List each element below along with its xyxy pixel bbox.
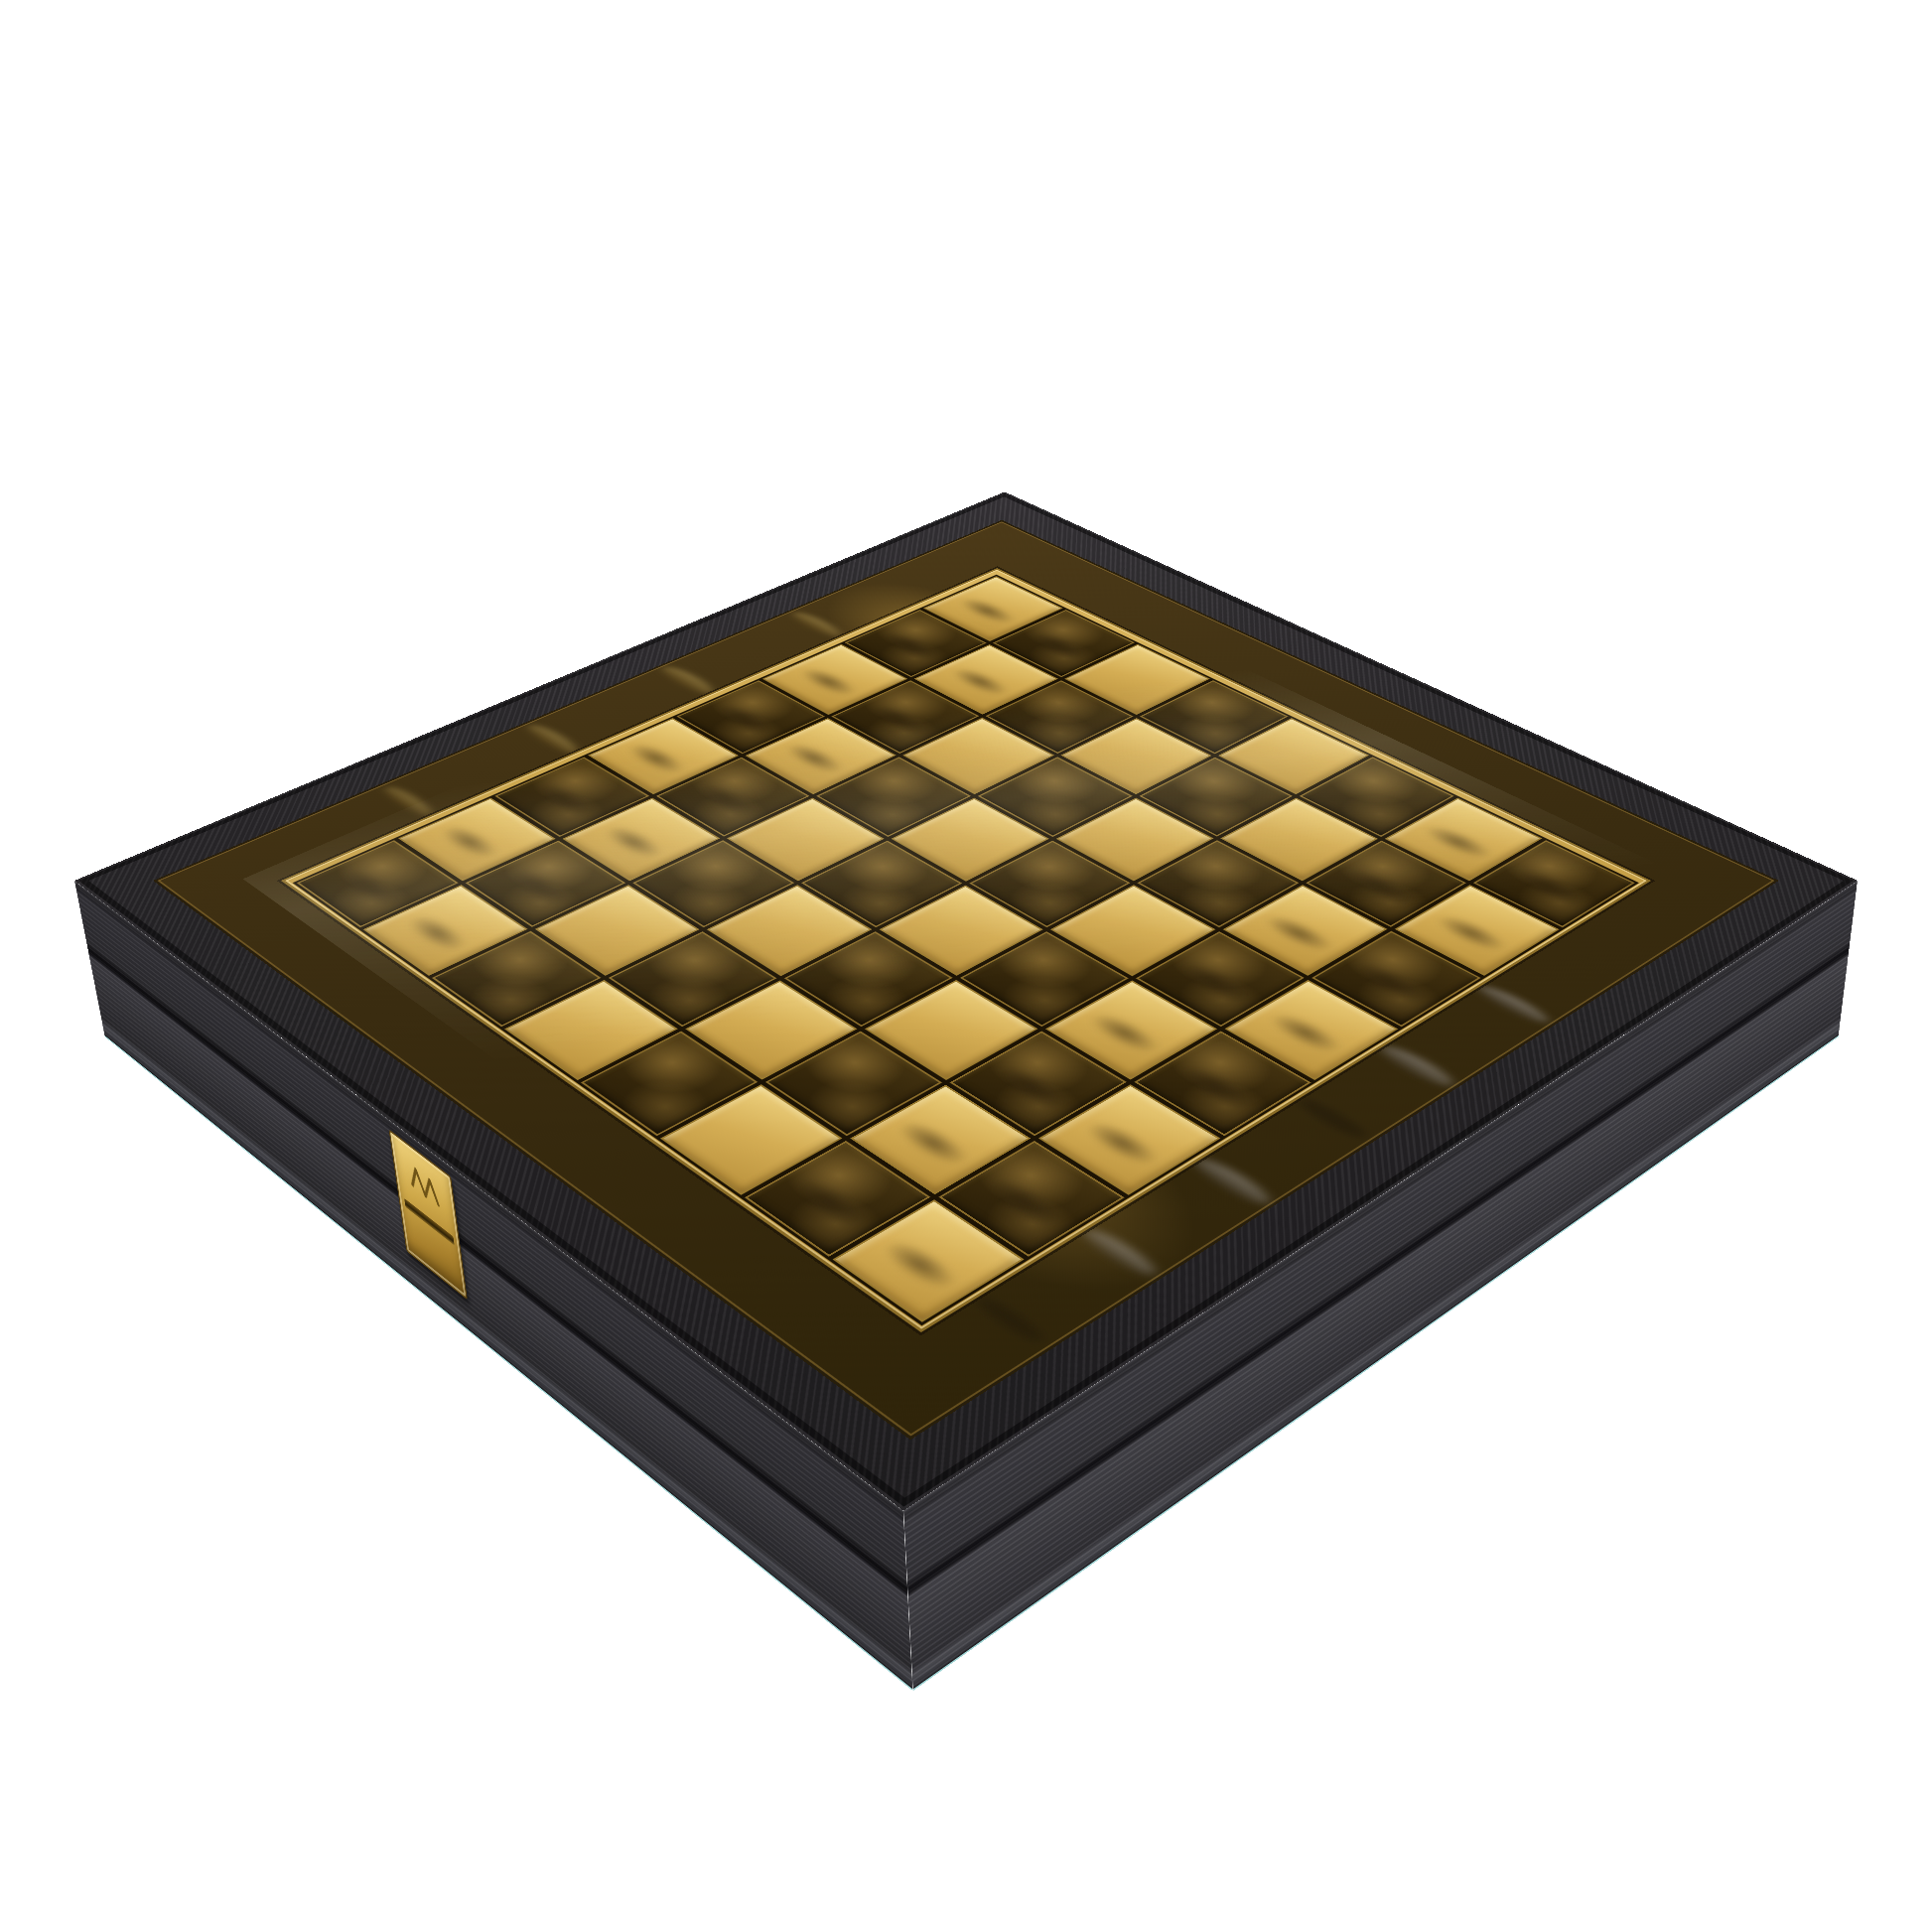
square-f1[interactable]: ♝ — [1312, 931, 1481, 1027]
piece-reflection — [1373, 1041, 1459, 1090]
piece-shadow — [874, 1234, 967, 1296]
clasp-latch-bar — [404, 1198, 455, 1245]
piece-reflection — [1293, 1095, 1372, 1142]
square-b1[interactable]: ♞ — [938, 1141, 1124, 1257]
piece-shadow — [1429, 910, 1514, 956]
piece-shadow — [1077, 1116, 1168, 1172]
gold-pawn-a7[interactable]: ♟ — [360, 781, 513, 939]
piece-reflection — [972, 1294, 1050, 1346]
square-c4[interactable] — [784, 931, 953, 1027]
square-a7[interactable]: ♟ — [362, 885, 527, 976]
piece-shadow — [889, 1116, 977, 1172]
piece-reflection — [1187, 1154, 1277, 1208]
piece-shadow — [988, 1060, 1075, 1113]
piece-shadow — [785, 1173, 875, 1232]
piece-shadow — [1172, 1060, 1261, 1113]
case-top-wooden-rim: ♜♟♟♜♞♟♟♞♝♟♟♝♚♟♟♚♛♟♟♛♝♟♟♝♞♟♟♞♜♟♟♜ — [74, 491, 1858, 1510]
piece-shadow — [1172, 958, 1257, 1006]
piece-shadow — [978, 1173, 1069, 1232]
product-photo-stage: ♜♟♟♜♞♟♟♞♝♟♟♝♚♟♟♚♛♟♟♛♝♟♟♝♞♟♟♞♜♟♟♜ — [0, 0, 1932, 1932]
piece-reflection — [1077, 1224, 1163, 1279]
piece-shadow — [1082, 1008, 1169, 1058]
piece-shadow — [1257, 910, 1340, 956]
piece-shadow — [1347, 958, 1434, 1006]
perspective-scene: ♜♟♟♜♞♟♟♞♝♟♟♝♚♟♟♚♛♟♟♛♝♟♟♝♞♟♟♞♜♟♟♜ — [336, 250, 1596, 1511]
piece-reflection — [1472, 982, 1554, 1027]
piece-shadow — [400, 910, 476, 956]
piece-shadow — [1261, 1008, 1349, 1058]
marble-border-strip: ♜♟♟♜♞♟♟♞♝♟♟♝♚♟♟♚♛♟♟♛♝♟♟♝♞♟♟♞♜♟♟♜ — [153, 520, 1779, 1440]
chess-case: ♜♟♟♜♞♟♟♞♝♟♟♝♚♟♟♚♛♟♟♛♝♟♟♝♞♟♟♞♜♟♟♜ — [74, 491, 1858, 1510]
